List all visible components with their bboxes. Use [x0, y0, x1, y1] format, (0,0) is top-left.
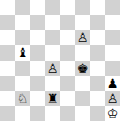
square-b2[interactable]: ♘ [15, 91, 30, 106]
square-f6[interactable]: ♙ [75, 30, 90, 45]
chess-board: ♙♝♙♚♟♘♜♙♔ [0, 0, 120, 121]
square-d8[interactable] [45, 0, 60, 15]
square-c5[interactable] [30, 45, 45, 60]
square-b8[interactable] [15, 0, 30, 15]
square-d7[interactable] [45, 15, 60, 30]
square-f8[interactable] [75, 0, 90, 15]
square-e8[interactable] [60, 0, 75, 15]
chess-diagram: ♙♝♙♚♟♘♜♙♔ [0, 0, 120, 121]
square-a5[interactable] [0, 45, 15, 60]
square-b5[interactable]: ♝ [15, 45, 30, 60]
square-c3[interactable] [30, 76, 45, 91]
square-e6[interactable] [60, 30, 75, 45]
square-h4[interactable] [105, 61, 120, 76]
square-c8[interactable] [30, 0, 45, 15]
piece-black-pawn: ♟ [107, 76, 119, 89]
square-g2[interactable] [90, 91, 105, 106]
square-g7[interactable] [90, 15, 105, 30]
piece-black-rook: ♜ [47, 91, 59, 104]
piece-white-pawn: ♙ [107, 91, 119, 104]
square-c6[interactable] [30, 30, 45, 45]
square-a7[interactable] [0, 15, 15, 30]
square-f3[interactable] [75, 76, 90, 91]
square-g3[interactable] [90, 76, 105, 91]
square-a4[interactable] [0, 61, 15, 76]
square-d2[interactable]: ♜ [45, 91, 60, 106]
square-f4[interactable]: ♚ [75, 61, 90, 76]
square-c7[interactable] [30, 15, 45, 30]
square-e4[interactable] [60, 61, 75, 76]
square-h2[interactable]: ♙ [105, 91, 120, 106]
square-e5[interactable] [60, 45, 75, 60]
piece-white-pawn: ♙ [47, 61, 59, 74]
square-e3[interactable] [60, 76, 75, 91]
square-g8[interactable] [90, 0, 105, 15]
square-c1[interactable] [30, 106, 45, 121]
square-a6[interactable] [0, 30, 15, 45]
piece-black-bishop: ♝ [17, 46, 29, 59]
square-a2[interactable] [0, 91, 15, 106]
square-f2[interactable] [75, 91, 90, 106]
square-d3[interactable] [45, 76, 60, 91]
square-a3[interactable] [0, 76, 15, 91]
piece-black-king: ♚ [77, 61, 89, 74]
square-h1[interactable]: ♔ [105, 106, 120, 121]
square-c4[interactable] [30, 61, 45, 76]
piece-white-king: ♔ [107, 106, 119, 119]
square-f5[interactable] [75, 45, 90, 60]
square-d4[interactable]: ♙ [45, 61, 60, 76]
square-b3[interactable] [15, 76, 30, 91]
square-b7[interactable] [15, 15, 30, 30]
square-g6[interactable] [90, 30, 105, 45]
square-f1[interactable] [75, 106, 90, 121]
square-a8[interactable] [0, 0, 15, 15]
square-b4[interactable] [15, 61, 30, 76]
square-f7[interactable] [75, 15, 90, 30]
square-g5[interactable] [90, 45, 105, 60]
square-h7[interactable] [105, 15, 120, 30]
square-d6[interactable] [45, 30, 60, 45]
square-h6[interactable] [105, 30, 120, 45]
square-g4[interactable] [90, 61, 105, 76]
square-h5[interactable] [105, 45, 120, 60]
piece-white-pawn: ♙ [77, 31, 89, 44]
piece-white-knight: ♘ [17, 91, 29, 104]
square-d1[interactable] [45, 106, 60, 121]
square-a1[interactable] [0, 106, 15, 121]
square-g1[interactable] [90, 106, 105, 121]
square-b6[interactable] [15, 30, 30, 45]
square-d5[interactable] [45, 45, 60, 60]
square-e1[interactable] [60, 106, 75, 121]
square-h8[interactable] [105, 0, 120, 15]
square-c2[interactable] [30, 91, 45, 106]
square-b1[interactable] [15, 106, 30, 121]
square-e7[interactable] [60, 15, 75, 30]
square-h3[interactable]: ♟ [105, 76, 120, 91]
square-e2[interactable] [60, 91, 75, 106]
